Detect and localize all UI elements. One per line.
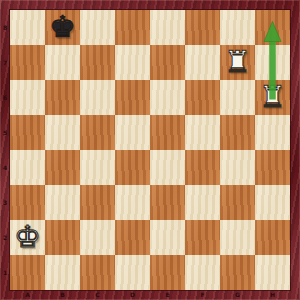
square-d2[interactable] [115,220,150,255]
square-b6[interactable] [45,80,80,115]
square-a6[interactable] [10,80,45,115]
file-label-h: H [255,290,290,300]
square-g4[interactable] [220,150,255,185]
square-f8[interactable] [185,10,220,45]
square-e6[interactable] [150,80,185,115]
chess-board-frame: 87654321 ABCDEFGH ♚♜♜♚ [0,0,300,300]
white-rook[interactable]: ♜ [220,45,255,80]
square-d7[interactable] [115,45,150,80]
square-d3[interactable] [115,185,150,220]
file-label-g: G [220,290,255,300]
square-c8[interactable] [80,10,115,45]
square-b1[interactable] [45,255,80,290]
square-d8[interactable] [115,10,150,45]
square-b8[interactable]: ♚ [45,10,80,45]
square-f1[interactable] [185,255,220,290]
square-f2[interactable] [185,220,220,255]
chess-board: ♚♜♜♚ [10,10,290,290]
square-g2[interactable] [220,220,255,255]
square-e3[interactable] [150,185,185,220]
square-a4[interactable] [10,150,45,185]
square-h1[interactable] [255,255,290,290]
rank-label-1: 1 [0,255,10,290]
square-d1[interactable] [115,255,150,290]
rank-label-4: 4 [0,150,10,185]
square-a1[interactable] [10,255,45,290]
square-c4[interactable] [80,150,115,185]
white-king[interactable]: ♚ [10,220,45,255]
file-label-d: D [115,290,150,300]
square-a8[interactable] [10,10,45,45]
square-b2[interactable] [45,220,80,255]
square-h6[interactable]: ♜ [255,80,290,115]
square-e7[interactable] [150,45,185,80]
file-label-c: C [80,290,115,300]
rank-label-3: 3 [0,185,10,220]
square-f4[interactable] [185,150,220,185]
square-h8[interactable] [255,10,290,45]
rank-label-2: 2 [0,220,10,255]
square-e4[interactable] [150,150,185,185]
square-c7[interactable] [80,45,115,80]
square-c3[interactable] [80,185,115,220]
square-f5[interactable] [185,115,220,150]
rank-label-8: 8 [0,10,10,45]
square-b3[interactable] [45,185,80,220]
square-f3[interactable] [185,185,220,220]
square-b4[interactable] [45,150,80,185]
square-e5[interactable] [150,115,185,150]
square-c6[interactable] [80,80,115,115]
square-c5[interactable] [80,115,115,150]
square-g3[interactable] [220,185,255,220]
file-label-b: B [45,290,80,300]
square-f7[interactable] [185,45,220,80]
square-b7[interactable] [45,45,80,80]
square-h5[interactable] [255,115,290,150]
white-rook[interactable]: ♜ [255,80,290,115]
square-e1[interactable] [150,255,185,290]
black-king[interactable]: ♚ [45,10,80,45]
square-g1[interactable] [220,255,255,290]
square-h3[interactable] [255,185,290,220]
square-a3[interactable] [10,185,45,220]
square-d6[interactable] [115,80,150,115]
square-a7[interactable] [10,45,45,80]
square-c1[interactable] [80,255,115,290]
square-e2[interactable] [150,220,185,255]
square-b5[interactable] [45,115,80,150]
square-h4[interactable] [255,150,290,185]
square-g6[interactable] [220,80,255,115]
square-d5[interactable] [115,115,150,150]
rank-label-5: 5 [0,115,10,150]
square-e8[interactable] [150,10,185,45]
rank-label-7: 7 [0,45,10,80]
square-a5[interactable] [10,115,45,150]
square-g5[interactable] [220,115,255,150]
square-g7[interactable]: ♜ [220,45,255,80]
square-h2[interactable] [255,220,290,255]
rank-label-6: 6 [0,80,10,115]
square-h7[interactable] [255,45,290,80]
file-label-a: A [10,290,45,300]
square-g8[interactable] [220,10,255,45]
square-f6[interactable] [185,80,220,115]
square-c2[interactable] [80,220,115,255]
file-label-e: E [150,290,185,300]
square-d4[interactable] [115,150,150,185]
square-a2[interactable]: ♚ [10,220,45,255]
file-label-f: F [185,290,220,300]
